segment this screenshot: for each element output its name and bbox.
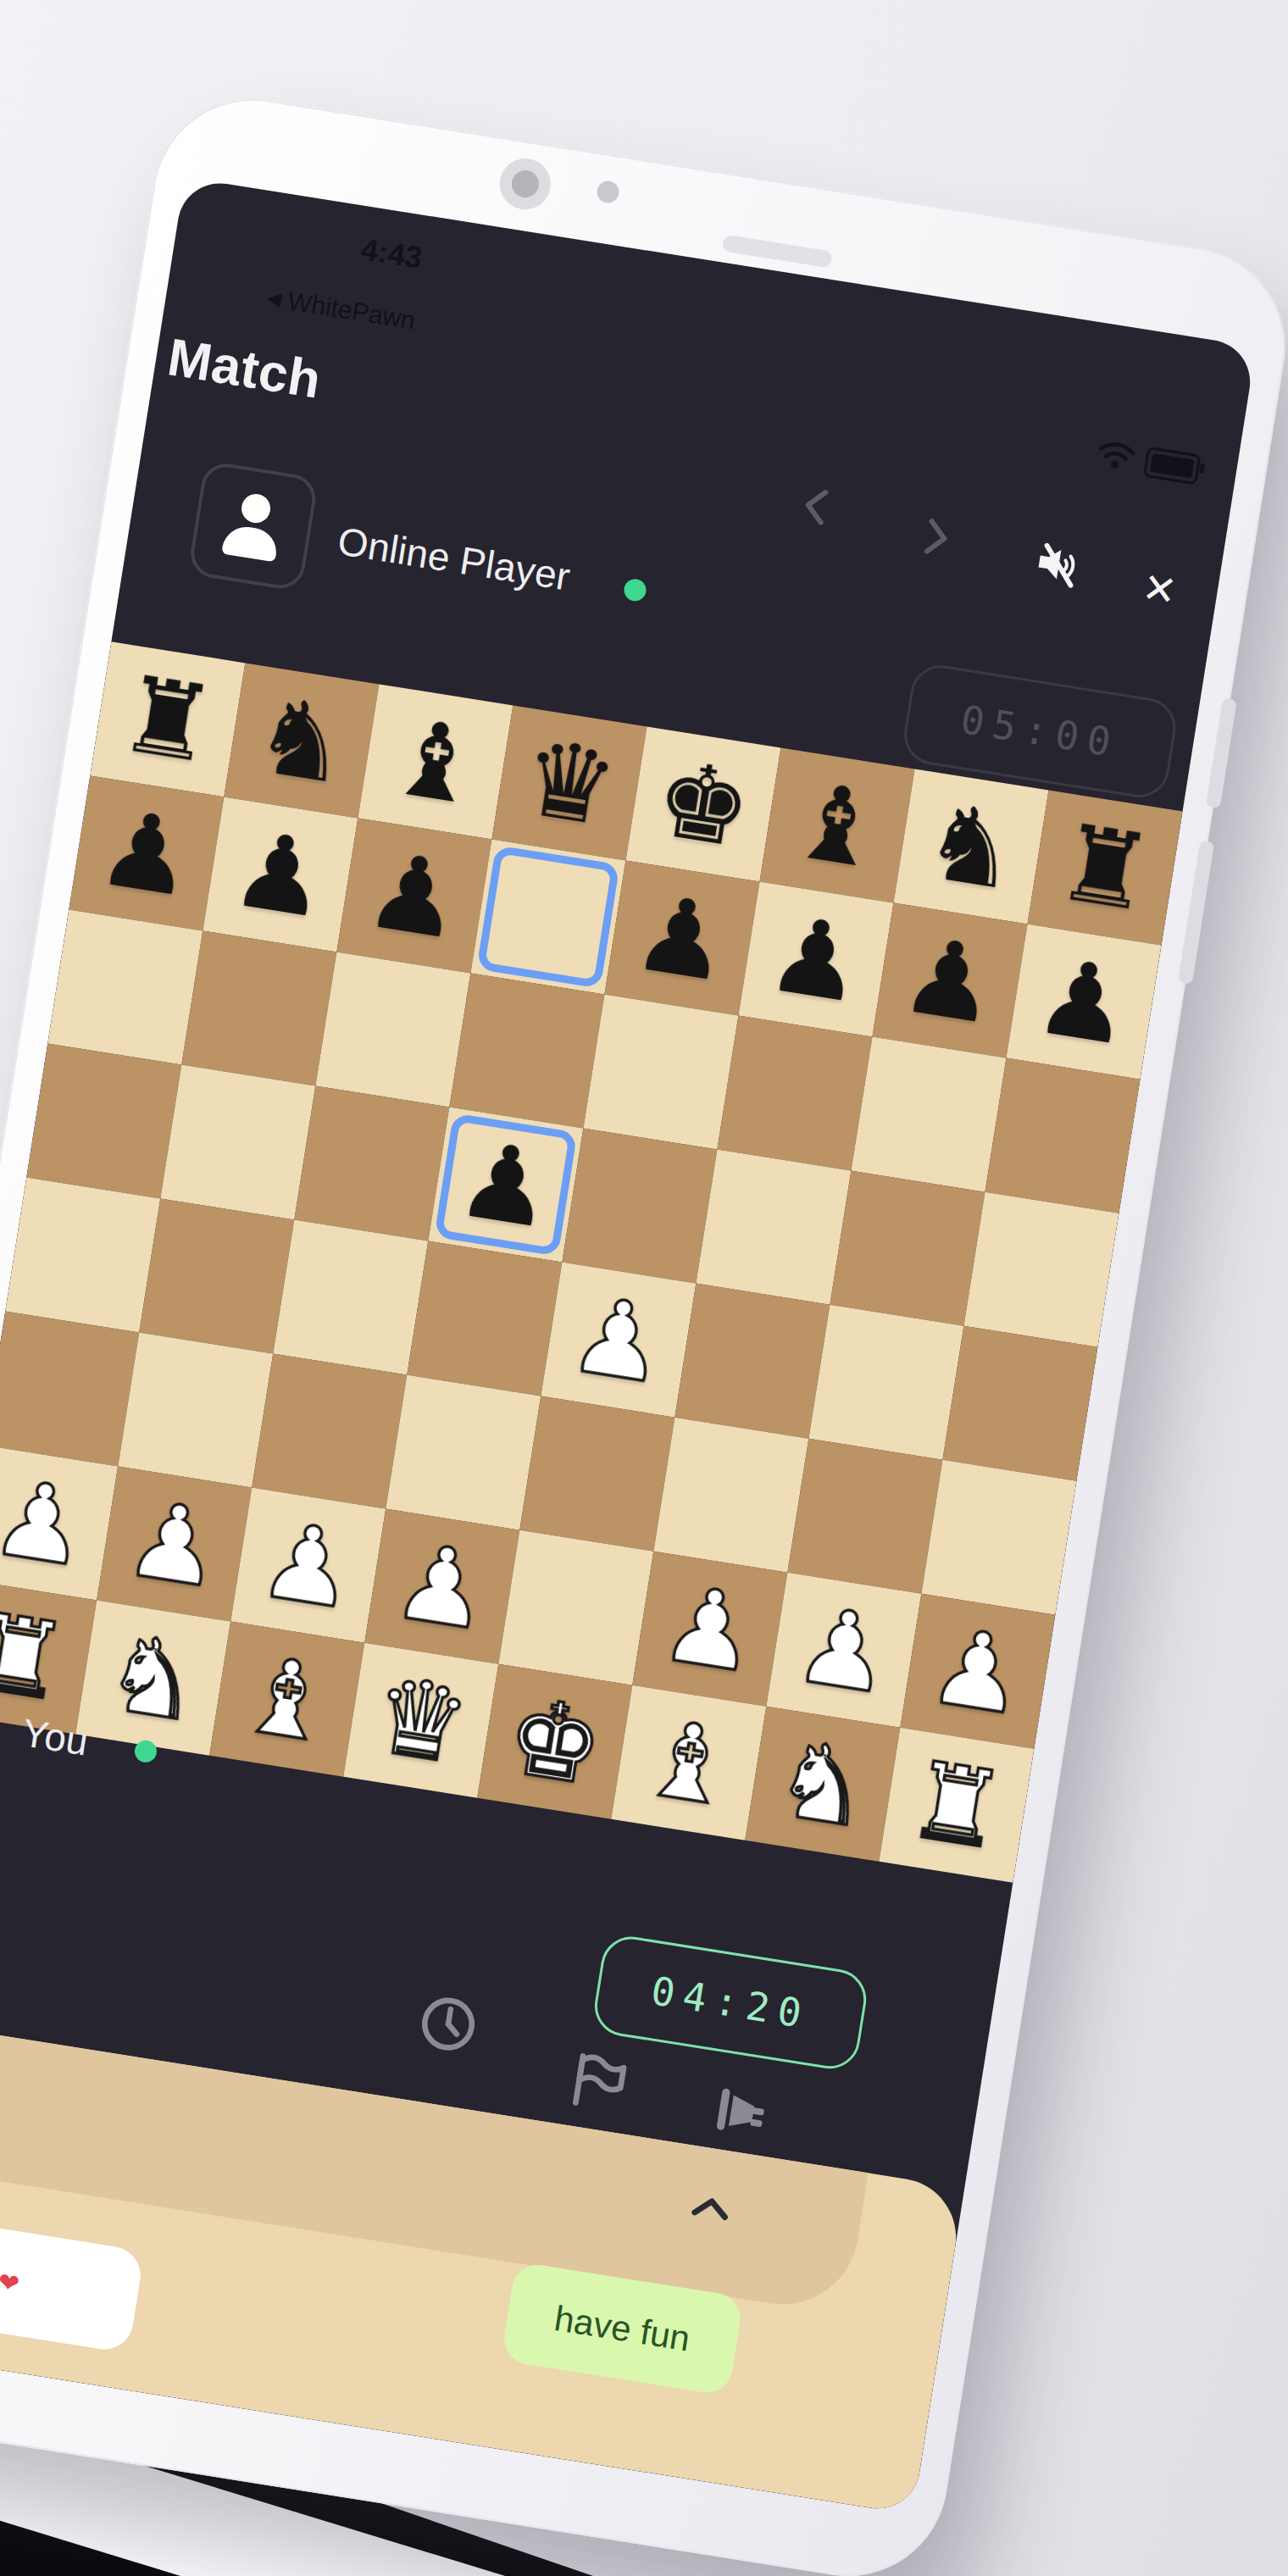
opponent-avatar[interactable]	[187, 460, 319, 592]
square-f2[interactable]: ♟	[632, 1552, 787, 1707]
white-r-piece: ♜	[902, 1746, 1011, 1864]
back-to-app[interactable]: ◀ WhitePawn	[264, 283, 417, 335]
chat-panel: have fun ❤	[0, 2018, 964, 2514]
square-g2[interactable]: ♟	[766, 1573, 921, 1728]
black-p-piece: ♟	[895, 921, 1004, 1040]
black-p-piece: ♟	[92, 794, 201, 913]
square-d5[interactable]: ♟	[428, 1108, 583, 1263]
flag-icon	[563, 2046, 632, 2115]
square-h5[interactable]	[963, 1192, 1119, 1347]
square-g8[interactable]: ♞	[893, 769, 1048, 924]
white-p-piece: ♟	[387, 1527, 497, 1646]
square-e7[interactable]: ♟	[604, 860, 759, 1015]
square-a5[interactable]	[26, 1043, 181, 1198]
volume-button[interactable]	[1206, 697, 1237, 808]
black-r-piece: ♜	[113, 660, 222, 779]
person-icon	[240, 492, 273, 525]
black-p-piece: ♟	[627, 879, 736, 997]
square-c1[interactable]: ♝	[209, 1622, 364, 1777]
square-d7[interactable]	[470, 839, 625, 994]
square-e6[interactable]	[583, 995, 738, 1150]
black-q-piece: ♛	[514, 724, 624, 842]
square-b6[interactable]	[181, 930, 336, 1085]
square-g7[interactable]: ♟	[872, 903, 1027, 1058]
square-h1[interactable]: ♜	[879, 1728, 1034, 1883]
white-p-piece: ♟	[119, 1485, 229, 1603]
white-p-piece: ♟	[923, 1612, 1032, 1730]
white-p-piece: ♟	[563, 1280, 673, 1399]
black-r-piece: ♜	[1050, 808, 1159, 927]
white-b-piece: ♝	[634, 1703, 743, 1822]
square-d2[interactable]: ♟	[364, 1509, 519, 1664]
square-g3[interactable]	[787, 1439, 942, 1594]
front-camera-icon	[497, 155, 555, 214]
status-time: 4:43	[309, 224, 474, 284]
square-c2[interactable]: ♟	[230, 1488, 386, 1643]
phone: 4:43 ◀ WhitePawn Match	[0, 85, 1288, 2576]
disconnect-button[interactable]	[706, 2075, 778, 2147]
prev-move-button[interactable]	[795, 481, 839, 530]
mute-sound-button[interactable]	[1030, 537, 1084, 591]
square-c6[interactable]	[315, 952, 470, 1107]
square-e4[interactable]: ♟	[541, 1263, 696, 1418]
close-icon: ✕	[1139, 564, 1180, 614]
earpiece-speaker	[721, 235, 833, 269]
square-b3[interactable]	[118, 1333, 273, 1488]
square-b2[interactable]: ♟	[97, 1467, 252, 1622]
sensor-dot-icon	[596, 180, 621, 205]
square-a3[interactable]	[0, 1312, 139, 1467]
square-e1[interactable]: ♚	[477, 1664, 632, 1819]
square-e2[interactable]	[498, 1530, 653, 1685]
square-f8[interactable]: ♝	[759, 747, 914, 902]
white-p-piece: ♟	[253, 1506, 363, 1624]
chess-board: ♜♞♝♛♚♝♞♜♟♟♟♟♟♟♟♟♟♟♟♟♟♟♟♟♜♞♝♛♚♝♞♜	[0, 641, 1183, 1882]
wifi-icon	[1095, 437, 1138, 474]
white-q-piece: ♛	[366, 1661, 475, 1779]
next-move-button[interactable]	[914, 513, 958, 562]
square-e5[interactable]	[562, 1129, 717, 1284]
white-k-piece: ♚	[500, 1682, 609, 1801]
square-d3[interactable]	[386, 1375, 541, 1530]
battery-icon	[1143, 447, 1202, 486]
white-n-piece: ♞	[98, 1618, 208, 1737]
square-g6[interactable]	[851, 1037, 1006, 1192]
square-f3[interactable]	[653, 1418, 808, 1573]
square-c5[interactable]	[294, 1085, 449, 1241]
black-k-piece: ♚	[648, 745, 758, 863]
square-d4[interactable]	[407, 1241, 562, 1396]
square-h2[interactable]: ♟	[900, 1594, 1055, 1749]
square-a4[interactable]	[5, 1177, 160, 1332]
square-f4[interactable]	[675, 1284, 830, 1439]
white-r-piece: ♜	[0, 1597, 74, 1716]
black-p-piece: ♟	[761, 900, 870, 1019]
square-h3[interactable]	[921, 1460, 1076, 1615]
square-c8[interactable]: ♝	[358, 684, 513, 839]
square-e8[interactable]: ♚	[625, 726, 780, 881]
back-app-label: WhitePawn	[286, 286, 417, 335]
square-e3[interactable]	[519, 1396, 675, 1552]
close-button[interactable]: ✕	[1140, 567, 1180, 613]
square-d1[interactable]: ♛	[343, 1643, 498, 1798]
time-control-button[interactable]	[414, 1990, 482, 2058]
power-button[interactable]	[1178, 840, 1214, 985]
square-d8[interactable]: ♛	[491, 705, 647, 860]
square-f1[interactable]: ♝	[611, 1685, 766, 1840]
player-clock: 04:20	[591, 1932, 871, 2073]
square-a8[interactable]: ♜	[90, 641, 245, 797]
black-b-piece: ♝	[380, 702, 490, 821]
back-triangle-icon: ◀	[265, 286, 283, 310]
square-b7[interactable]: ♟	[203, 797, 358, 952]
white-b-piece: ♝	[232, 1640, 341, 1758]
black-p-piece: ♟	[225, 815, 335, 934]
resign-flag-button[interactable]	[563, 2046, 632, 2115]
square-h6[interactable]	[985, 1058, 1140, 1213]
square-c4[interactable]	[273, 1220, 428, 1375]
chat-message-left: ❤	[0, 2212, 145, 2353]
opponent-name: Online Player	[335, 518, 573, 600]
page-title: Match	[164, 326, 325, 410]
square-g4[interactable]	[808, 1305, 963, 1460]
square-b5[interactable]	[160, 1064, 315, 1219]
black-n-piece: ♞	[916, 787, 1025, 906]
square-h7[interactable]: ♟	[1006, 924, 1161, 1080]
white-p-piece: ♟	[0, 1463, 95, 1582]
square-g1[interactable]: ♞	[745, 1707, 900, 1862]
white-p-piece: ♟	[789, 1591, 898, 1709]
square-h4[interactable]	[942, 1326, 1097, 1481]
black-b-piece: ♝	[782, 766, 891, 885]
square-f6[interactable]	[717, 1016, 872, 1171]
square-f7[interactable]: ♟	[738, 882, 893, 1037]
square-b8[interactable]: ♞	[224, 663, 379, 818]
opponent-online-dot	[623, 577, 648, 602]
black-p-piece: ♟	[359, 836, 469, 955]
square-a6[interactable]	[47, 909, 203, 1064]
square-b4[interactable]	[139, 1198, 294, 1353]
square-f5[interactable]	[696, 1150, 851, 1305]
square-d6[interactable]	[449, 973, 604, 1128]
disconnect-plug-icon	[706, 2075, 778, 2147]
square-b1[interactable]: ♞	[75, 1601, 230, 1756]
black-p-piece: ♟	[1029, 942, 1138, 1061]
black-n-piece: ♞	[247, 681, 356, 800]
clock-icon	[414, 1990, 482, 2058]
square-h8[interactable]: ♜	[1028, 791, 1183, 946]
white-p-piece: ♟	[655, 1569, 764, 1688]
black-p-piece: ♟	[451, 1125, 560, 1244]
square-c3[interactable]	[252, 1354, 407, 1509]
square-g5[interactable]	[830, 1171, 985, 1326]
square-a7[interactable]: ♟	[69, 775, 224, 930]
square-c7[interactable]: ♟	[336, 818, 491, 973]
scene: 4:43 ◀ WhitePawn Match	[0, 0, 1288, 2576]
white-n-piece: ♞	[768, 1724, 877, 1843]
app-screen: 4:43 ◀ WhitePawn Match	[0, 177, 1256, 2514]
